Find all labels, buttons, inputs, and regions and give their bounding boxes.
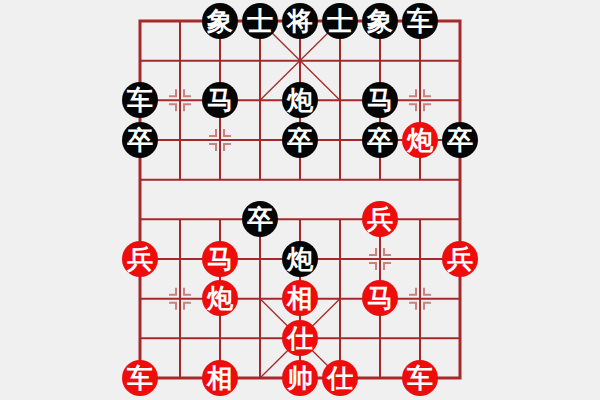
piece-red[interactable]: 马 — [202, 241, 238, 277]
piece-black[interactable]: 炮 — [282, 241, 318, 277]
piece-black[interactable]: 卒 — [242, 201, 278, 237]
piece-red[interactable]: 仕 — [282, 320, 318, 356]
piece-black[interactable]: 炮 — [282, 82, 318, 118]
piece-black[interactable]: 卒 — [362, 122, 398, 158]
piece-red[interactable]: 炮 — [202, 280, 238, 316]
piece-red[interactable]: 车 — [402, 360, 438, 396]
piece-black[interactable]: 马 — [362, 82, 398, 118]
piece-black[interactable]: 车 — [402, 3, 438, 39]
piece-black[interactable]: 士 — [242, 3, 278, 39]
piece-red[interactable]: 兵 — [442, 241, 478, 277]
xiangqi-board[interactable]: 象士将士象车车马炮马卒卒卒炮卒卒兵兵马炮兵炮相马仕车相帅仕车 — [120, 1, 480, 398]
piece-red[interactable]: 仕 — [322, 360, 358, 396]
piece-black[interactable]: 马 — [202, 82, 238, 118]
piece-black[interactable]: 象 — [202, 3, 238, 39]
piece-black[interactable]: 卒 — [282, 122, 318, 158]
piece-black[interactable]: 将 — [282, 3, 318, 39]
piece-black[interactable]: 卒 — [442, 122, 478, 158]
piece-black[interactable]: 车 — [122, 82, 158, 118]
piece-red[interactable]: 兵 — [122, 241, 158, 277]
piece-black[interactable]: 卒 — [122, 122, 158, 158]
piece-red[interactable]: 相 — [202, 360, 238, 396]
piece-red[interactable]: 马 — [362, 280, 398, 316]
piece-red[interactable]: 帅 — [282, 360, 318, 396]
piece-black[interactable]: 士 — [322, 3, 358, 39]
piece-red[interactable]: 相 — [282, 280, 318, 316]
xiangqi-diagram: 象士将士象车车马炮马卒卒卒炮卒卒兵兵马炮兵炮相马仕车相帅仕车 — [0, 0, 600, 400]
piece-red[interactable]: 炮 — [402, 122, 438, 158]
piece-red[interactable]: 车 — [122, 360, 158, 396]
piece-black[interactable]: 象 — [362, 3, 398, 39]
piece-red[interactable]: 兵 — [362, 201, 398, 237]
